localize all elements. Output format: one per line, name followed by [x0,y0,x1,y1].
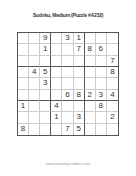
cell-r1c1 [18,33,29,44]
cell-r1c2 [29,33,40,44]
cell-r3c2 [29,56,40,67]
cell-r7c5 [62,101,73,112]
cell-r6c6: 8 [74,90,85,101]
cell-r6c4 [51,90,62,101]
cell-r3c7 [85,56,96,67]
cell-r1c6: 1 [74,33,85,44]
cell-r3c4 [51,56,62,67]
cell-r8c9: 2 [107,112,118,123]
cell-r1c7 [85,33,96,44]
cell-r9c4 [51,124,62,135]
cell-r3c1 [18,56,29,67]
cell-r9c9 [107,124,118,135]
cell-r5c8 [96,78,107,89]
cell-r6c3 [40,90,51,101]
sudoku-board: 93117867458368234148132875 [17,32,119,136]
cell-r1c3: 9 [40,33,51,44]
cell-r8c5 [62,112,73,123]
cell-r8c6: 3 [74,112,85,123]
cell-r9c1: 8 [18,124,29,135]
cell-r3c3 [40,56,51,67]
cell-r4c7 [85,67,96,78]
cell-r5c6 [74,78,85,89]
cell-r4c8 [96,67,107,78]
cell-r6c8: 3 [96,90,107,101]
cell-r8c8 [96,112,107,123]
cell-r6c2 [29,90,40,101]
cell-r2c9 [107,44,118,55]
cell-r3c5 [62,56,73,67]
cell-r9c6: 5 [74,124,85,135]
cell-r7c4: 4 [51,101,62,112]
cell-r7c9 [107,101,118,112]
cell-r2c7: 8 [85,44,96,55]
cell-r7c8: 8 [96,101,107,112]
cell-r6c7: 2 [85,90,96,101]
cell-r4c4 [51,67,62,78]
cell-r2c1 [18,44,29,55]
cell-r2c6: 7 [74,44,85,55]
cell-r9c7 [85,124,96,135]
puzzle-page: Sudoku, Medium (Puzzle #A232) 9311786745… [0,0,136,176]
cell-r1c8 [96,33,107,44]
cell-r2c4 [51,44,62,55]
cell-r2c3: 1 [40,44,51,55]
cell-r1c9 [107,33,118,44]
cell-r7c7 [85,101,96,112]
cell-r8c7 [85,112,96,123]
cell-r4c3: 5 [40,67,51,78]
cell-r2c8: 6 [96,44,107,55]
cell-r4c5 [62,67,73,78]
cell-r5c5 [62,78,73,89]
cell-r3c9: 7 [107,56,118,67]
cell-r8c1 [18,112,29,123]
cell-r7c2 [29,101,40,112]
cell-r3c6 [74,56,85,67]
cell-r5c9 [107,78,118,89]
cell-r1c5: 3 [62,33,73,44]
cell-r2c5 [62,44,73,55]
cell-r5c4 [51,78,62,89]
cell-r6c1 [18,90,29,101]
cell-r8c2 [29,112,40,123]
footer-url: www.printmysudoku.com [0,161,136,166]
cell-r2c2 [29,44,40,55]
cell-r7c3 [40,101,51,112]
cell-r9c3 [40,124,51,135]
cell-r9c5: 7 [62,124,73,135]
cell-r5c1 [18,78,29,89]
cell-r4c6 [74,67,85,78]
cell-r6c5: 6 [62,90,73,101]
cell-r9c2 [29,124,40,135]
cell-r7c6 [74,101,85,112]
cell-r7c1: 1 [18,101,29,112]
cell-r3c8 [96,56,107,67]
cell-r4c9: 8 [107,67,118,78]
cell-r4c1 [18,67,29,78]
cell-r4c2: 4 [29,67,40,78]
page-title: Sudoku, Medium (Puzzle #A232) [0,12,136,18]
cell-r1c4 [51,33,62,44]
cell-r8c3 [40,112,51,123]
cell-r8c4: 1 [51,112,62,123]
cell-r6c9: 4 [107,90,118,101]
cell-r5c7 [85,78,96,89]
cell-r9c8 [96,124,107,135]
cell-r5c2 [29,78,40,89]
cell-r5c3: 3 [40,78,51,89]
